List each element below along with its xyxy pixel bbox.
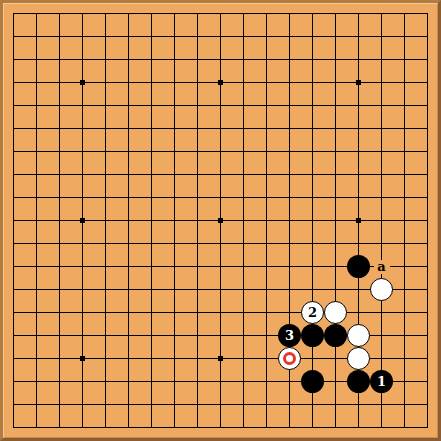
stone-layer: 312 — [3, 3, 438, 438]
black-stone-O5 — [301, 324, 324, 347]
white-stone-Q5 — [347, 324, 370, 347]
black-stone-R3: 1 — [370, 370, 393, 393]
black-stone-O3 — [301, 370, 324, 393]
black-stone-P5 — [324, 324, 347, 347]
black-stone-Q3 — [347, 370, 370, 393]
white-stone-Q4 — [347, 347, 370, 370]
white-stone-P6 — [324, 301, 347, 324]
white-stone-O6: 2 — [301, 301, 324, 324]
red-circle-marker — [283, 352, 296, 365]
go-board: a 312 — [0, 0, 441, 441]
marked-white-stone-N4 — [278, 347, 301, 370]
black-stone-N5: 3 — [278, 324, 301, 347]
black-stone-Q8 — [347, 255, 370, 278]
white-stone-R7 — [370, 278, 393, 301]
